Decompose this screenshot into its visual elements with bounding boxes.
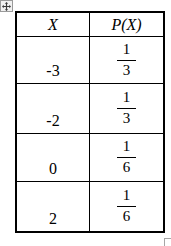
fraction-denominator: 3	[123, 63, 131, 79]
x-value-cell[interactable]: -2	[17, 84, 90, 134]
x-value: -2	[46, 112, 59, 130]
fraction-numerator: 1	[123, 42, 131, 58]
fraction: 1 6	[117, 188, 136, 225]
x-value: 0	[49, 160, 57, 178]
header-label-x: X	[48, 16, 58, 34]
p-value-cell[interactable]: 1 3	[90, 37, 163, 84]
fraction: 1 6	[117, 139, 136, 176]
fraction: 1 3	[117, 42, 136, 79]
fraction-bar	[117, 60, 136, 61]
fraction-numerator: 1	[123, 90, 131, 106]
x-value-cell[interactable]: -3	[17, 37, 90, 84]
fraction: 1 3	[117, 90, 136, 127]
table-resize-handle[interactable]	[164, 238, 171, 246]
x-value: -3	[46, 62, 59, 80]
p-value-cell[interactable]: 1 6	[90, 182, 163, 231]
p-value-cell[interactable]: 1 6	[90, 134, 163, 182]
x-value: 2	[49, 210, 57, 228]
probability-distribution-table: X P(X) -3 1 3 -2 1 3 0 1 6 2	[15, 11, 165, 233]
table-move-handle[interactable]	[0, 0, 13, 12]
x-value-cell[interactable]: 0	[17, 134, 90, 182]
fraction-numerator: 1	[123, 188, 131, 204]
fraction-bar	[117, 108, 136, 109]
fraction-bar	[117, 206, 136, 207]
fraction-denominator: 3	[123, 111, 131, 127]
fraction-bar	[117, 157, 136, 158]
fraction-denominator: 6	[123, 160, 131, 176]
header-cell-x[interactable]: X	[17, 13, 90, 37]
x-value-cell[interactable]: 2	[17, 182, 90, 231]
fraction-numerator: 1	[123, 139, 131, 155]
move-icon	[2, 2, 11, 11]
p-value-cell[interactable]: 1 3	[90, 84, 163, 134]
header-cell-px[interactable]: P(X)	[90, 13, 163, 37]
header-label-px: P(X)	[111, 16, 141, 34]
fraction-denominator: 6	[123, 209, 131, 225]
